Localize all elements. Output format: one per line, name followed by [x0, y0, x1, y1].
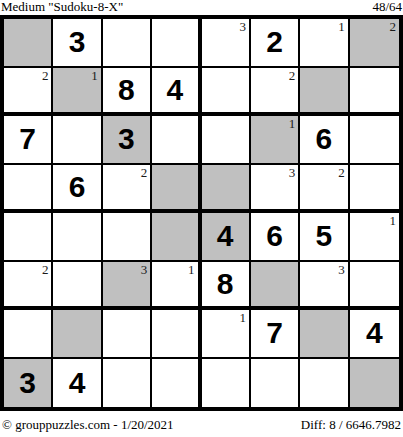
cell-r1c7[interactable] [350, 68, 399, 117]
pencil-mark: 1 [188, 262, 195, 277]
cell-r4c7[interactable]: 1 [350, 213, 399, 262]
sudoku-board: 33212218427316623246512318317434 [0, 15, 403, 411]
cell-r0c2[interactable] [103, 19, 152, 68]
cell-r4c1[interactable] [53, 213, 102, 262]
cell-r3c7[interactable] [350, 165, 399, 214]
cell-r6c5[interactable]: 7 [251, 310, 300, 359]
given-digit: 7 [251, 310, 298, 357]
cell-r0c6[interactable]: 1 [300, 19, 349, 68]
given-digit: 6 [300, 116, 347, 163]
cell-r1c0[interactable]: 2 [4, 68, 53, 117]
given-digit: 2 [251, 19, 298, 66]
pencil-mark: 3 [289, 165, 296, 180]
cell-r6c2[interactable] [103, 310, 152, 359]
pencil-mark: 2 [141, 165, 148, 180]
given-digit: 6 [53, 165, 100, 210]
puzzle-page: Medium "Sudoku-8-X" 48/64 33212218427316… [0, 0, 403, 437]
given-digit: 4 [53, 359, 100, 408]
cell-r3c4[interactable] [202, 165, 251, 214]
pencil-mark: 1 [91, 68, 98, 83]
cell-r5c2[interactable]: 3 [103, 262, 152, 311]
cell-r4c2[interactable] [103, 213, 152, 262]
pencil-mark: 2 [289, 68, 296, 83]
cell-r6c4[interactable]: 1 [202, 310, 251, 359]
given-digit: 4 [152, 68, 197, 113]
pencil-mark: 1 [289, 116, 296, 131]
cell-r2c6[interactable]: 6 [300, 116, 349, 165]
cell-r6c0[interactable] [4, 310, 53, 359]
footer: © grouppuzzles.com - 1/20/2021 Diff: 8 /… [0, 416, 403, 432]
cell-r2c0[interactable]: 7 [4, 116, 53, 165]
cell-r7c3[interactable] [152, 359, 201, 408]
puzzle-title: Medium "Sudoku-8-X" [1, 0, 123, 14]
cell-r4c5[interactable]: 6 [251, 213, 300, 262]
cell-r4c0[interactable] [4, 213, 53, 262]
cell-r0c5[interactable]: 2 [251, 19, 300, 68]
cell-r6c1[interactable] [53, 310, 102, 359]
cell-r0c7[interactable]: 2 [350, 19, 399, 68]
cell-r0c4[interactable]: 3 [202, 19, 251, 68]
given-digit: 8 [103, 68, 150, 113]
cell-r5c6[interactable]: 3 [300, 262, 349, 311]
cell-r7c7[interactable] [350, 359, 399, 408]
cell-r1c2[interactable]: 8 [103, 68, 152, 117]
pencil-mark: 3 [338, 262, 345, 277]
cell-r7c4[interactable] [202, 359, 251, 408]
given-digit: 3 [4, 359, 51, 408]
cell-r5c5[interactable] [251, 262, 300, 311]
cell-r3c1[interactable]: 6 [53, 165, 102, 214]
cell-r6c3[interactable] [152, 310, 201, 359]
cell-r2c4[interactable] [202, 116, 251, 165]
cell-r2c2[interactable]: 3 [103, 116, 152, 165]
cell-r0c1[interactable]: 3 [53, 19, 102, 68]
cell-r3c2[interactable]: 2 [103, 165, 152, 214]
pencil-mark: 2 [390, 19, 397, 34]
cell-r5c0[interactable]: 2 [4, 262, 53, 311]
pencil-mark: 1 [390, 213, 397, 228]
cell-r3c3[interactable] [152, 165, 201, 214]
pencil-mark: 3 [141, 262, 148, 277]
given-digit: 8 [202, 262, 249, 307]
cell-r6c6[interactable] [300, 310, 349, 359]
cell-r1c4[interactable] [202, 68, 251, 117]
cell-r1c6[interactable] [300, 68, 349, 117]
given-digit: 3 [103, 116, 150, 163]
cell-r3c6[interactable]: 2 [300, 165, 349, 214]
cell-r1c1[interactable]: 1 [53, 68, 102, 117]
given-digit: 4 [350, 310, 399, 357]
cell-r7c0[interactable]: 3 [4, 359, 53, 408]
cell-r2c1[interactable] [53, 116, 102, 165]
copyright-text: © grouppuzzles.com - 1/20/2021 [2, 418, 174, 432]
given-digit: 3 [53, 19, 100, 66]
cell-r0c0[interactable] [4, 19, 53, 68]
difficulty-text: Diff: 8 / 6646.7982 [301, 418, 401, 432]
cell-r1c5[interactable]: 2 [251, 68, 300, 117]
cell-r2c5[interactable]: 1 [251, 116, 300, 165]
given-digit: 7 [4, 116, 51, 163]
cell-r5c3[interactable]: 1 [152, 262, 201, 311]
cell-r2c3[interactable] [152, 116, 201, 165]
cell-r3c0[interactable] [4, 165, 53, 214]
cell-r1c3[interactable]: 4 [152, 68, 201, 117]
cell-r7c6[interactable] [300, 359, 349, 408]
cell-r7c1[interactable]: 4 [53, 359, 102, 408]
given-digit: 5 [300, 213, 347, 260]
cell-r4c6[interactable]: 5 [300, 213, 349, 262]
pencil-mark: 1 [239, 310, 246, 325]
cell-r6c7[interactable]: 4 [350, 310, 399, 359]
cell-r4c3[interactable] [152, 213, 201, 262]
pencil-mark: 2 [338, 165, 345, 180]
pencil-mark: 3 [239, 19, 246, 34]
cell-r5c1[interactable] [53, 262, 102, 311]
pencil-mark: 2 [42, 68, 49, 83]
cell-r2c7[interactable] [350, 116, 399, 165]
cell-counter: 48/64 [372, 0, 402, 14]
cell-r5c7[interactable] [350, 262, 399, 311]
given-digit: 4 [202, 213, 249, 260]
pencil-mark: 2 [42, 262, 49, 277]
cell-r3c5[interactable]: 3 [251, 165, 300, 214]
header: Medium "Sudoku-8-X" 48/64 [0, 0, 403, 15]
cell-r4c4[interactable]: 4 [202, 213, 251, 262]
cell-r0c3[interactable] [152, 19, 201, 68]
cell-r7c5[interactable] [251, 359, 300, 408]
cell-r5c4[interactable]: 8 [202, 262, 251, 311]
given-digit: 6 [251, 213, 298, 260]
cell-r7c2[interactable] [103, 359, 152, 408]
pencil-mark: 1 [338, 19, 345, 34]
